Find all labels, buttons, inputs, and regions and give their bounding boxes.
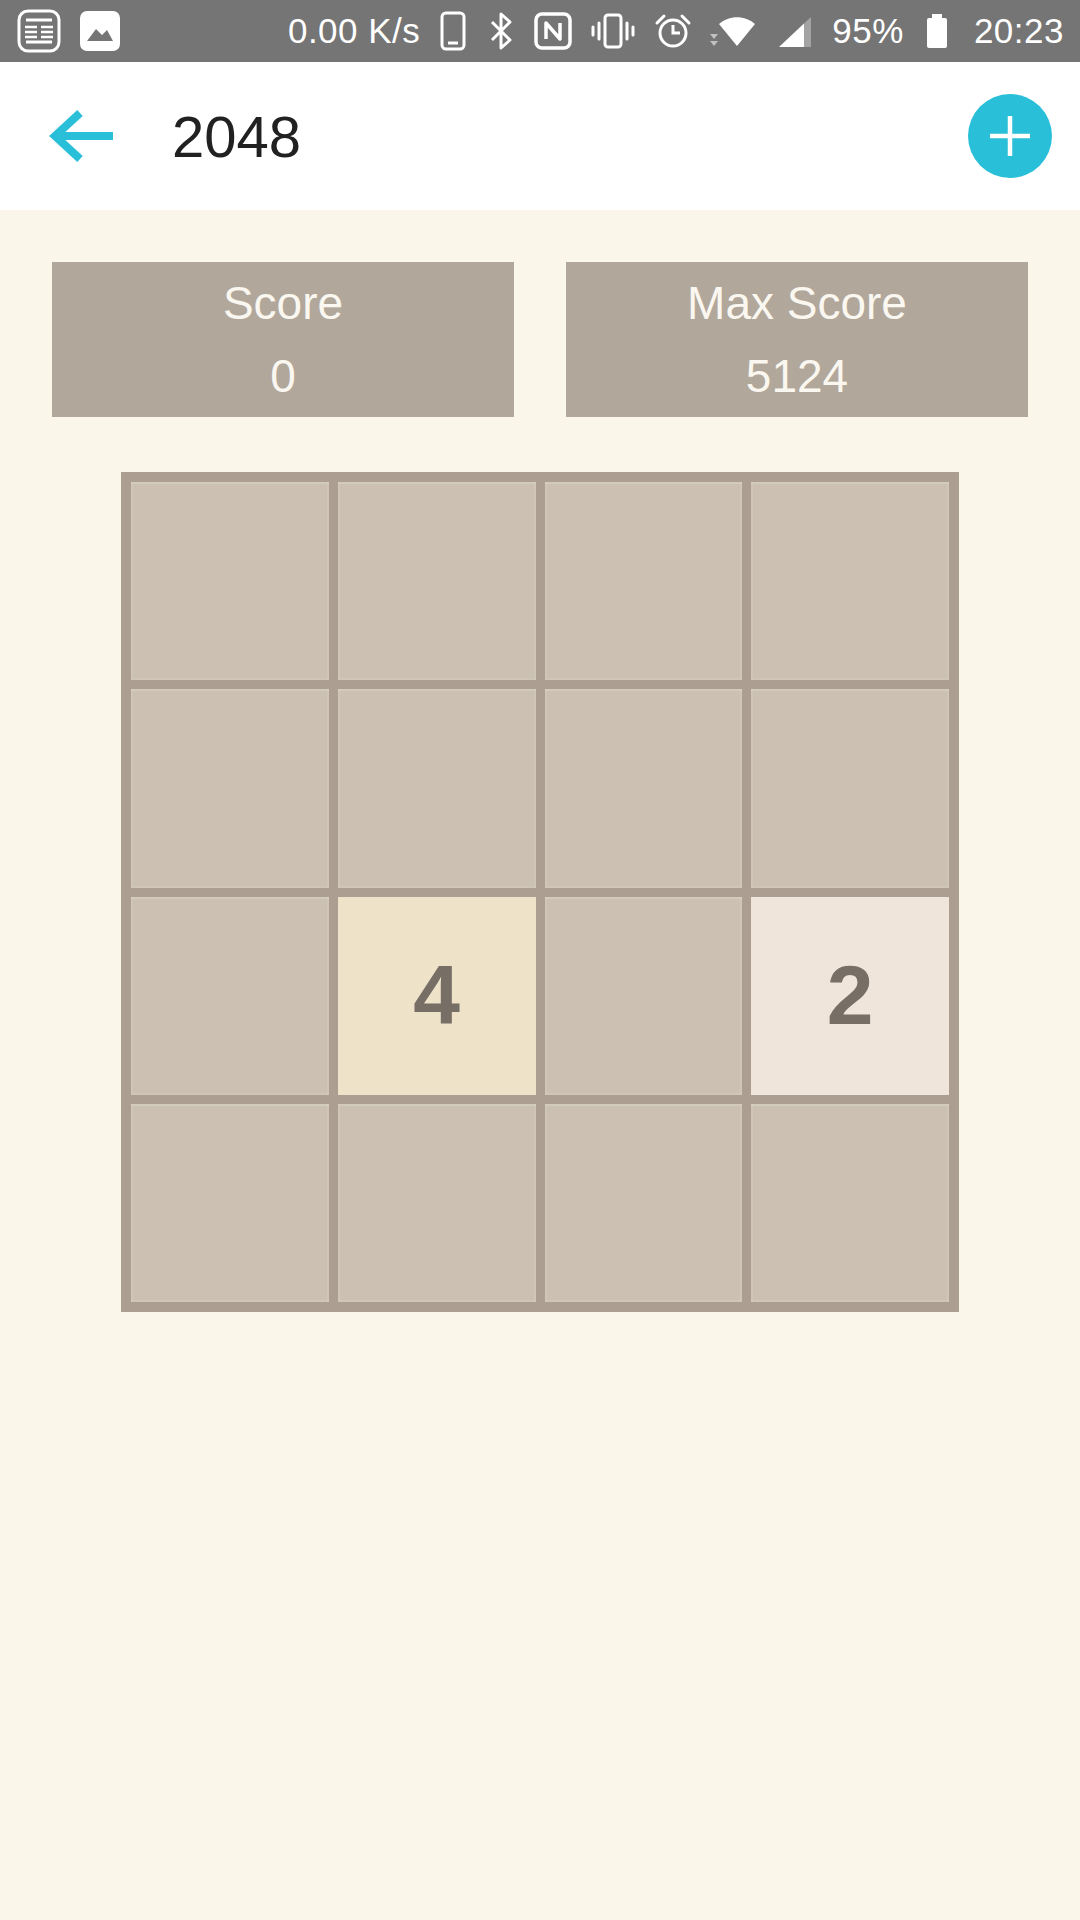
cell-empty-r2c0 (131, 897, 329, 1095)
cell-empty-r3c2 (545, 1104, 743, 1302)
bluetooth-icon (486, 10, 516, 52)
clock-text: 20:23 (974, 11, 1064, 51)
network-speed-text: 0.00 K/s (288, 11, 420, 51)
smartphone-icon (436, 10, 470, 52)
alarm-icon (652, 10, 694, 52)
cell-empty-r0c3 (751, 482, 949, 680)
vibrate-icon (590, 10, 636, 52)
cell-empty-r0c1 (338, 482, 536, 680)
back-arrow-icon (47, 107, 119, 165)
score-box: Score 0 (52, 262, 514, 417)
cell-empty-r1c3 (751, 689, 949, 887)
toutiao-headlines-app-icon (16, 8, 62, 54)
nfc-icon (532, 10, 574, 52)
game-screen: Score 0 Max Score 5124 42 (0, 210, 1080, 1920)
cell-empty-r1c0 (131, 689, 329, 887)
cell-empty-r0c2 (545, 482, 743, 680)
scoreboard: Score 0 Max Score 5124 (52, 262, 1028, 417)
board-grid[interactable]: 42 (121, 472, 959, 1312)
gallery-icon (78, 9, 122, 53)
cell-empty-r2c2 (545, 897, 743, 1095)
add-button[interactable] (968, 94, 1052, 178)
page-title: 2048 (172, 103, 301, 170)
plus-icon (985, 111, 1035, 161)
cell-empty-r1c1 (338, 689, 536, 887)
back-button[interactable] (44, 97, 122, 175)
cell-empty-r3c1 (338, 1104, 536, 1302)
max-score-value: 5124 (746, 340, 848, 413)
tile-4: 4 (338, 897, 536, 1095)
max-score-box: Max Score 5124 (566, 262, 1028, 417)
wifi-icon (710, 10, 758, 52)
app-bar: 2048 (0, 62, 1080, 210)
cell-empty-r1c2 (545, 689, 743, 887)
battery-icon (920, 10, 954, 52)
cell-empty-r0c0 (131, 482, 329, 680)
cell-empty-r3c3 (751, 1104, 949, 1302)
battery-percent-text: 95% (832, 11, 904, 51)
tile-2: 2 (751, 897, 949, 1095)
cell-empty-r3c0 (131, 1104, 329, 1302)
status-bar[interactable]: 0.00 K/s (0, 0, 1080, 62)
score-value: 0 (270, 340, 296, 413)
score-label: Score (223, 267, 343, 340)
signal-icon (774, 10, 816, 52)
max-score-label: Max Score (687, 267, 907, 340)
